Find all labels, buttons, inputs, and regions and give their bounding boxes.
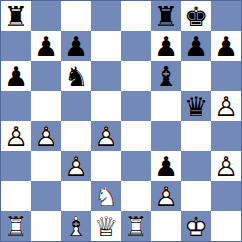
square-d5[interactable] [91,91,121,121]
square-b4[interactable]: ♟♙ [31,121,61,151]
white-pawn-outline-glyph: ♙ [1,121,31,151]
piece-white-pawn[interactable]: ♟♙ [91,121,121,151]
white-pawn-fill-glyph: ♟ [211,151,241,181]
piece-white-pawn[interactable]: ♟♙ [211,151,241,181]
piece-black-pawn[interactable]: ♟ [181,31,211,61]
square-g4[interactable] [181,121,211,151]
square-b8[interactable] [31,1,61,31]
square-f5[interactable] [151,91,181,121]
piece-black-pawn[interactable]: ♟ [31,31,61,61]
piece-white-pawn[interactable]: ♟♙ [1,121,31,151]
black-pawn-glyph: ♟ [211,31,241,61]
black-pawn-glyph: ♟ [181,31,211,61]
square-d3[interactable] [91,151,121,181]
white-bishop-outline-glyph: ♗ [61,211,91,241]
square-e7[interactable] [121,31,151,61]
white-bishop-fill-glyph: ♝ [61,211,91,241]
white-rook-outline-glyph: ♖ [121,211,151,241]
square-a8[interactable]: ♜ [1,1,31,31]
square-a7[interactable] [1,31,31,61]
square-d4[interactable]: ♟♙ [91,121,121,151]
square-c8[interactable] [61,1,91,31]
piece-black-pawn[interactable]: ♟ [61,31,91,61]
square-c1[interactable]: ♝♗ [61,211,91,241]
black-queen-glyph: ♛ [181,91,211,121]
white-pawn-fill-glyph: ♟ [1,121,31,151]
white-pawn-fill-glyph: ♟ [211,91,241,121]
white-pawn-fill-glyph: ♟ [151,181,181,211]
white-pawn-outline-glyph: ♙ [151,181,181,211]
piece-black-pawn[interactable]: ♟ [1,61,31,91]
black-pawn-glyph: ♟ [151,31,181,61]
square-e5[interactable] [121,91,151,121]
white-pawn-fill-glyph: ♟ [91,121,121,151]
black-pawn-glyph: ♟ [151,151,181,181]
black-pawn-glyph: ♟ [61,31,91,61]
square-c2[interactable] [61,181,91,211]
square-c7[interactable]: ♟ [61,31,91,61]
square-g8[interactable]: ♚ [181,1,211,31]
square-f7[interactable]: ♟ [151,31,181,61]
square-f8[interactable]: ♜ [151,1,181,31]
white-rook-fill-glyph: ♜ [121,211,151,241]
square-b5[interactable] [31,91,61,121]
square-g7[interactable]: ♟ [181,31,211,61]
square-d2[interactable]: ♞♘ [91,181,121,211]
square-f6[interactable]: ♝ [151,61,181,91]
square-a2[interactable] [1,181,31,211]
square-d8[interactable] [91,1,121,31]
square-f4[interactable] [151,121,181,151]
chess-board: ♜♜♚♟♟♟♟♟♟♞♝♛♟♙♟♙♟♙♟♙♟♙♟♟♙♞♘♟♙♜♖♝♗♛♕♜♖♚♔ [0,0,242,242]
piece-white-rook[interactable]: ♜♖ [121,211,151,241]
square-e6[interactable] [121,61,151,91]
square-d7[interactable] [91,31,121,61]
square-h5[interactable]: ♟♙ [211,91,241,121]
black-rook-glyph: ♜ [1,1,31,31]
piece-white-king[interactable]: ♚♔ [181,211,211,241]
square-h3[interactable]: ♟♙ [211,151,241,181]
square-h7[interactable]: ♟ [211,31,241,61]
square-g1[interactable]: ♚♔ [181,211,211,241]
piece-black-rook[interactable]: ♜ [1,1,31,31]
piece-white-rook[interactable]: ♜♖ [1,211,31,241]
square-d1[interactable]: ♛♕ [91,211,121,241]
square-f3[interactable]: ♟ [151,151,181,181]
square-a6[interactable]: ♟ [1,61,31,91]
square-b2[interactable] [31,181,61,211]
white-pawn-outline-glyph: ♙ [211,151,241,181]
piece-white-knight[interactable]: ♞♘ [91,181,121,211]
white-rook-fill-glyph: ♜ [1,211,31,241]
square-b3[interactable] [31,151,61,181]
black-pawn-glyph: ♟ [1,61,31,91]
square-e1[interactable]: ♜♖ [121,211,151,241]
square-h4[interactable] [211,121,241,151]
square-g6[interactable] [181,61,211,91]
white-rook-outline-glyph: ♖ [1,211,31,241]
white-queen-outline-glyph: ♕ [91,211,121,241]
square-a1[interactable]: ♜♖ [1,211,31,241]
square-g3[interactable] [181,151,211,181]
square-f2[interactable]: ♟♙ [151,181,181,211]
square-e3[interactable] [121,151,151,181]
white-pawn-outline-glyph: ♙ [91,121,121,151]
square-a5[interactable] [1,91,31,121]
piece-black-queen[interactable]: ♛ [181,91,211,121]
square-h2[interactable] [211,181,241,211]
square-h1[interactable] [211,211,241,241]
square-a4[interactable]: ♟♙ [1,121,31,151]
piece-black-rook[interactable]: ♜ [151,1,181,31]
square-h8[interactable] [211,1,241,31]
piece-black-knight[interactable]: ♞ [61,61,91,91]
white-king-fill-glyph: ♚ [181,211,211,241]
square-c5[interactable] [61,91,91,121]
white-queen-fill-glyph: ♛ [91,211,121,241]
piece-white-pawn[interactable]: ♟♙ [151,181,181,211]
square-c3[interactable]: ♟♙ [61,151,91,181]
piece-black-pawn[interactable]: ♟ [211,31,241,61]
square-a3[interactable] [1,151,31,181]
square-c4[interactable] [61,121,91,151]
white-pawn-fill-glyph: ♟ [31,121,61,151]
piece-black-pawn[interactable]: ♟ [151,31,181,61]
black-bishop-glyph: ♝ [151,61,181,91]
white-pawn-fill-glyph: ♟ [61,151,91,181]
piece-black-bishop[interactable]: ♝ [151,61,181,91]
piece-white-pawn[interactable]: ♟♙ [61,151,91,181]
white-pawn-outline-glyph: ♙ [61,151,91,181]
square-e4[interactable] [121,121,151,151]
black-king-glyph: ♚ [181,1,211,31]
white-knight-fill-glyph: ♞ [91,181,121,211]
piece-black-pawn[interactable]: ♟ [151,151,181,181]
square-e8[interactable] [121,1,151,31]
piece-white-pawn[interactable]: ♟♙ [31,121,61,151]
square-b1[interactable] [31,211,61,241]
black-rook-glyph: ♜ [151,1,181,31]
square-e2[interactable] [121,181,151,211]
square-b7[interactable]: ♟ [31,31,61,61]
white-pawn-outline-glyph: ♙ [31,121,61,151]
square-g5[interactable]: ♛ [181,91,211,121]
white-king-outline-glyph: ♔ [181,211,211,241]
black-pawn-glyph: ♟ [31,31,61,61]
square-c6[interactable]: ♞ [61,61,91,91]
square-g2[interactable] [181,181,211,211]
piece-black-king[interactable]: ♚ [181,1,211,31]
piece-white-bishop[interactable]: ♝♗ [61,211,91,241]
square-b6[interactable] [31,61,61,91]
black-knight-glyph: ♞ [61,61,91,91]
piece-white-queen[interactable]: ♛♕ [91,211,121,241]
square-f1[interactable] [151,211,181,241]
square-h6[interactable] [211,61,241,91]
white-knight-outline-glyph: ♘ [91,181,121,211]
piece-white-pawn[interactable]: ♟♙ [211,91,241,121]
white-pawn-outline-glyph: ♙ [211,91,241,121]
square-d6[interactable] [91,61,121,91]
